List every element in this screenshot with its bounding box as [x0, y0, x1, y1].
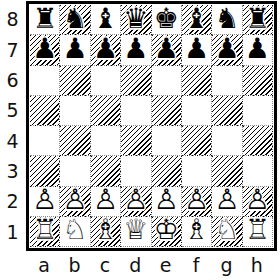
square-a5[interactable] [30, 96, 60, 126]
square-a7[interactable]: ♟ [30, 35, 60, 65]
piece-white-pawn: ♟♙ [152, 187, 181, 216]
square-a8[interactable]: ♜ [30, 5, 60, 35]
piece-glyph: ♞ [63, 5, 88, 33]
square-b5[interactable] [60, 96, 90, 126]
square-g7[interactable]: ♟ [212, 35, 242, 65]
square-b2[interactable]: ♟♙ [60, 187, 90, 217]
piece-glyph: ♟ [93, 35, 118, 63]
square-f1[interactable]: ♝♗ [182, 217, 212, 247]
piece-black-pawn: ♟ [91, 35, 120, 64]
square-c3[interactable] [91, 156, 121, 186]
piece-glyph: ♟ [123, 35, 148, 63]
piece-glyph: ♜ [245, 5, 270, 33]
square-g4[interactable] [212, 126, 242, 156]
square-b6[interactable] [60, 66, 90, 96]
piece-glyph: ♗ [93, 217, 118, 245]
square-f2[interactable]: ♟♙ [182, 187, 212, 217]
square-f6[interactable] [182, 66, 212, 96]
chess-diagram: 87654321 ♜♞♝♛♚♝♞♜♟♟♟♟♟♟♟♟♟♙♟♙♟♙♟♙♟♙♟♙♟♙♟… [0, 0, 280, 280]
square-f4[interactable] [182, 126, 212, 156]
piece-glyph: ♘ [63, 217, 88, 245]
piece-white-queen: ♛♕ [121, 217, 150, 246]
piece-glyph: ♔ [154, 217, 179, 245]
piece-white-rook: ♜♖ [243, 217, 272, 246]
piece-glyph: ♟ [214, 35, 239, 63]
file-label-c: c [90, 251, 120, 279]
piece-black-bishop: ♝ [91, 5, 120, 34]
square-h6[interactable] [243, 66, 273, 96]
file-label-d: d [120, 251, 150, 279]
piece-black-rook: ♜ [243, 5, 272, 34]
file-labels: abcdefgh [29, 251, 272, 279]
square-c6[interactable] [91, 66, 121, 96]
piece-glyph: ♙ [184, 186, 209, 214]
piece-glyph: ♖ [32, 217, 57, 245]
square-h7[interactable]: ♟ [243, 35, 273, 65]
piece-black-rook: ♜ [30, 5, 59, 34]
piece-white-pawn: ♟♙ [60, 187, 89, 216]
piece-glyph: ♘ [214, 217, 239, 245]
square-g8[interactable]: ♞ [212, 5, 242, 35]
square-g3[interactable] [212, 156, 242, 186]
square-c1[interactable]: ♝♗ [91, 217, 121, 247]
file-label-g: g [211, 251, 241, 279]
piece-black-knight: ♞ [212, 5, 241, 34]
piece-glyph: ♙ [154, 186, 179, 214]
square-d3[interactable] [121, 156, 151, 186]
square-h2[interactable]: ♟♙ [243, 187, 273, 217]
square-e1[interactable]: ♚♔ [152, 217, 182, 247]
rank-label-7: 7 [0, 34, 25, 64]
square-f8[interactable]: ♝ [182, 5, 212, 35]
piece-glyph: ♖ [245, 217, 270, 245]
square-a6[interactable] [30, 66, 60, 96]
file-label-e: e [151, 251, 181, 279]
square-e3[interactable] [152, 156, 182, 186]
square-c8[interactable]: ♝ [91, 5, 121, 35]
piece-glyph: ♝ [93, 5, 118, 33]
file-label-a: a [29, 251, 59, 279]
square-d4[interactable] [121, 126, 151, 156]
square-a4[interactable] [30, 126, 60, 156]
square-d6[interactable] [121, 66, 151, 96]
file-label-b: b [59, 251, 89, 279]
file-label-h: h [242, 251, 272, 279]
square-b4[interactable] [60, 126, 90, 156]
square-a1[interactable]: ♜♖ [30, 217, 60, 247]
square-g1[interactable]: ♞♘ [212, 217, 242, 247]
square-c2[interactable]: ♟♙ [91, 187, 121, 217]
square-c7[interactable]: ♟ [91, 35, 121, 65]
square-e8[interactable]: ♚ [152, 5, 182, 35]
square-h8[interactable]: ♜ [243, 5, 273, 35]
piece-white-pawn: ♟♙ [182, 187, 211, 216]
square-a2[interactable]: ♟♙ [30, 187, 60, 217]
rank-label-1: 1 [0, 217, 25, 247]
square-g2[interactable]: ♟♙ [212, 187, 242, 217]
piece-white-king: ♚♔ [152, 217, 181, 246]
piece-white-pawn: ♟♙ [30, 187, 59, 216]
piece-white-knight: ♞♘ [60, 217, 89, 246]
square-e4[interactable] [152, 126, 182, 156]
piece-black-pawn: ♟ [152, 35, 181, 64]
piece-white-pawn: ♟♙ [212, 187, 241, 216]
square-e2[interactable]: ♟♙ [152, 187, 182, 217]
rank-label-6: 6 [0, 65, 25, 95]
file-label-f: f [181, 251, 211, 279]
piece-black-queen: ♛ [121, 5, 150, 34]
piece-black-knight: ♞ [60, 5, 89, 34]
piece-black-bishop: ♝ [182, 5, 211, 34]
piece-glyph: ♗ [184, 217, 209, 245]
rank-label-4: 4 [0, 126, 25, 156]
square-c4[interactable] [91, 126, 121, 156]
piece-glyph: ♜ [32, 5, 57, 33]
piece-glyph: ♙ [32, 186, 57, 214]
piece-black-king: ♚ [152, 5, 181, 34]
piece-white-knight: ♞♘ [212, 217, 241, 246]
rank-label-3: 3 [0, 156, 25, 186]
piece-glyph: ♛ [123, 5, 148, 33]
piece-glyph: ♟ [245, 35, 270, 63]
square-d1[interactable]: ♛♕ [121, 217, 151, 247]
piece-glyph: ♟ [63, 35, 88, 63]
piece-white-pawn: ♟♙ [243, 187, 272, 216]
piece-glyph: ♟ [154, 35, 179, 63]
square-f5[interactable] [182, 96, 212, 126]
piece-black-pawn: ♟ [243, 35, 272, 64]
square-f3[interactable] [182, 156, 212, 186]
square-h3[interactable] [243, 156, 273, 186]
square-e5[interactable] [152, 96, 182, 126]
piece-white-pawn: ♟♙ [91, 187, 120, 216]
square-d7[interactable]: ♟ [121, 35, 151, 65]
piece-white-bishop: ♝♗ [182, 217, 211, 246]
square-b7[interactable]: ♟ [60, 35, 90, 65]
piece-glyph: ♙ [123, 186, 148, 214]
piece-black-pawn: ♟ [30, 35, 59, 64]
chess-board: ♜♞♝♛♚♝♞♜♟♟♟♟♟♟♟♟♟♙♟♙♟♙♟♙♟♙♟♙♟♙♟♙♜♖♞♘♝♗♛♕… [26, 1, 277, 251]
piece-glyph: ♙ [63, 186, 88, 214]
piece-glyph: ♝ [184, 5, 209, 33]
piece-white-rook: ♜♖ [30, 217, 59, 246]
square-b3[interactable] [60, 156, 90, 186]
square-h4[interactable] [243, 126, 273, 156]
square-d5[interactable] [121, 96, 151, 126]
piece-glyph: ♟ [32, 35, 57, 63]
square-g6[interactable] [212, 66, 242, 96]
square-g5[interactable] [212, 96, 242, 126]
piece-white-bishop: ♝♗ [91, 217, 120, 246]
square-d2[interactable]: ♟♙ [121, 187, 151, 217]
piece-glyph: ♚ [154, 5, 179, 33]
square-b1[interactable]: ♞♘ [60, 217, 90, 247]
piece-glyph: ♟ [184, 35, 209, 63]
piece-glyph: ♕ [123, 217, 148, 245]
square-h1[interactable]: ♜♖ [243, 217, 273, 247]
rank-label-2: 2 [0, 186, 25, 216]
piece-glyph: ♙ [245, 186, 270, 214]
square-a3[interactable] [30, 156, 60, 186]
square-f7[interactable]: ♟ [182, 35, 212, 65]
square-b8[interactable]: ♞ [60, 5, 90, 35]
rank-label-5: 5 [0, 95, 25, 125]
piece-glyph: ♙ [93, 186, 118, 214]
piece-glyph: ♙ [214, 186, 239, 214]
square-d8[interactable]: ♛ [121, 5, 151, 35]
square-e6[interactable] [152, 66, 182, 96]
board-grid: ♜♞♝♛♚♝♞♜♟♟♟♟♟♟♟♟♟♙♟♙♟♙♟♙♟♙♟♙♟♙♟♙♜♖♞♘♝♗♛♕… [30, 5, 273, 247]
piece-black-pawn: ♟ [121, 35, 150, 64]
rank-labels: 87654321 [0, 4, 25, 247]
square-e7[interactable]: ♟ [152, 35, 182, 65]
piece-black-pawn: ♟ [60, 35, 89, 64]
rank-label-8: 8 [0, 4, 25, 34]
piece-glyph: ♞ [214, 5, 239, 33]
piece-black-pawn: ♟ [182, 35, 211, 64]
square-c5[interactable] [91, 96, 121, 126]
piece-black-pawn: ♟ [212, 35, 241, 64]
piece-white-pawn: ♟♙ [121, 187, 150, 216]
square-h5[interactable] [243, 96, 273, 126]
